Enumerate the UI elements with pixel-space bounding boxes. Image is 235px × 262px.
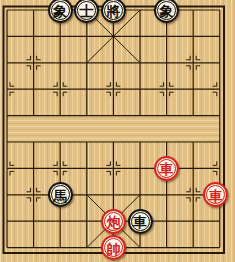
piece-black-elephant-left[interactable]: 象 (48, 0, 73, 23)
piece-black-advisor[interactable]: 士 (74, 0, 99, 23)
piece-black-elephant-right[interactable]: 象 (154, 0, 179, 23)
piece-label: 士 (80, 4, 94, 18)
piece-label: 車 (133, 215, 147, 229)
piece-black-horse[interactable]: 馬 (48, 182, 73, 207)
piece-label: 炮 (106, 215, 120, 229)
piece-black-chariot[interactable]: 車 (128, 209, 153, 234)
piece-label: 象 (160, 4, 174, 18)
piece-label: 車 (160, 162, 174, 176)
piece-label: 象 (53, 4, 67, 18)
piece-label: 馬 (53, 188, 67, 202)
piece-label: 帥 (106, 241, 120, 255)
piece-red-cannon[interactable]: 炮 (101, 209, 126, 234)
xiangqi-app: 象士將象車馬車炮車帥 (0, 0, 235, 262)
piece-label: 將 (106, 4, 120, 18)
piece-black-general[interactable]: 將 (101, 0, 126, 23)
piece-label: 車 (209, 188, 223, 202)
piece-red-chariot-1[interactable]: 車 (154, 156, 179, 181)
piece-red-general[interactable]: 帥 (101, 235, 126, 260)
